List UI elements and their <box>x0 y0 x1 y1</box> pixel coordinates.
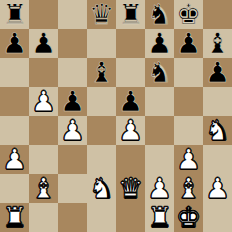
square-a7[interactable]: ♟ <box>0 29 29 58</box>
square-b7[interactable]: ♟ <box>29 29 58 58</box>
piece-white-pawn: ♟ <box>60 116 85 145</box>
piece-white-pawn: ♟ <box>147 174 172 203</box>
square-e7[interactable] <box>116 29 145 58</box>
piece-white-pawn: ♟ <box>118 116 143 145</box>
square-g1[interactable]: ♚ <box>174 203 203 232</box>
square-a5[interactable] <box>0 87 29 116</box>
piece-white-bishop: ♝ <box>31 174 56 203</box>
piece-white-knight: ♞ <box>205 116 230 145</box>
square-c7[interactable] <box>58 29 87 58</box>
square-g2[interactable]: ♝ <box>174 174 203 203</box>
piece-black-knight: ♞ <box>147 58 172 87</box>
square-g3[interactable]: ♟ <box>174 145 203 174</box>
square-b5[interactable]: ♟ <box>29 87 58 116</box>
square-h8[interactable] <box>203 0 232 29</box>
square-f2[interactable]: ♟ <box>145 174 174 203</box>
square-f8[interactable]: ♞ <box>145 0 174 29</box>
piece-black-pawn: ♟ <box>147 29 172 58</box>
square-a6[interactable] <box>0 58 29 87</box>
square-c5[interactable]: ♟ <box>58 87 87 116</box>
piece-black-pawn: ♟ <box>176 29 201 58</box>
square-d4[interactable] <box>87 116 116 145</box>
square-b2[interactable]: ♝ <box>29 174 58 203</box>
square-g8[interactable]: ♚ <box>174 0 203 29</box>
square-f4[interactable] <box>145 116 174 145</box>
square-a3[interactable]: ♟ <box>0 145 29 174</box>
square-f7[interactable]: ♟ <box>145 29 174 58</box>
square-f1[interactable]: ♜ <box>145 203 174 232</box>
square-f5[interactable] <box>145 87 174 116</box>
piece-black-pawn: ♟ <box>205 58 230 87</box>
square-b8[interactable] <box>29 0 58 29</box>
square-g5[interactable] <box>174 87 203 116</box>
piece-black-pawn: ♟ <box>60 87 85 116</box>
square-a4[interactable] <box>0 116 29 145</box>
square-h5[interactable] <box>203 87 232 116</box>
piece-black-knight: ♞ <box>147 0 172 29</box>
square-d6[interactable]: ♝ <box>87 58 116 87</box>
square-e1[interactable] <box>116 203 145 232</box>
square-b4[interactable] <box>29 116 58 145</box>
square-b1[interactable] <box>29 203 58 232</box>
square-c6[interactable] <box>58 58 87 87</box>
square-h2[interactable]: ♟ <box>203 174 232 203</box>
piece-black-rook: ♜ <box>118 0 143 29</box>
square-h4[interactable]: ♞ <box>203 116 232 145</box>
square-e2[interactable]: ♛ <box>116 174 145 203</box>
square-d3[interactable] <box>87 145 116 174</box>
square-g6[interactable] <box>174 58 203 87</box>
square-d5[interactable] <box>87 87 116 116</box>
piece-white-pawn: ♟ <box>205 174 230 203</box>
square-c3[interactable] <box>58 145 87 174</box>
chess-board: ♜♛♜♞♚♟♟♟♟♝♝♞♟♟♟♟♟♟♞♟♟♝♞♛♟♝♟♜♜♚ <box>0 0 232 232</box>
square-c2[interactable] <box>58 174 87 203</box>
square-e5[interactable]: ♟ <box>116 87 145 116</box>
piece-black-bishop: ♝ <box>205 29 230 58</box>
piece-white-rook: ♜ <box>147 203 172 232</box>
square-b3[interactable] <box>29 145 58 174</box>
square-d2[interactable]: ♞ <box>87 174 116 203</box>
square-a2[interactable] <box>0 174 29 203</box>
square-h6[interactable]: ♟ <box>203 58 232 87</box>
piece-black-pawn: ♟ <box>2 29 27 58</box>
square-f3[interactable] <box>145 145 174 174</box>
piece-black-king: ♚ <box>176 0 201 29</box>
square-c8[interactable] <box>58 0 87 29</box>
piece-black-bishop: ♝ <box>89 58 114 87</box>
square-e8[interactable]: ♜ <box>116 0 145 29</box>
square-a8[interactable]: ♜ <box>0 0 29 29</box>
piece-black-queen: ♛ <box>89 0 114 29</box>
piece-white-pawn: ♟ <box>2 145 27 174</box>
square-h3[interactable] <box>203 145 232 174</box>
square-f6[interactable]: ♞ <box>145 58 174 87</box>
square-a1[interactable]: ♜ <box>0 203 29 232</box>
piece-white-pawn: ♟ <box>31 87 56 116</box>
piece-white-king: ♚ <box>176 203 201 232</box>
piece-black-pawn: ♟ <box>118 87 143 116</box>
piece-black-pawn: ♟ <box>31 29 56 58</box>
square-c1[interactable] <box>58 203 87 232</box>
square-g4[interactable] <box>174 116 203 145</box>
piece-white-rook: ♜ <box>2 203 27 232</box>
square-h1[interactable] <box>203 203 232 232</box>
square-e3[interactable] <box>116 145 145 174</box>
piece-white-queen: ♛ <box>118 174 143 203</box>
piece-white-pawn: ♟ <box>176 145 201 174</box>
piece-white-knight: ♞ <box>89 174 114 203</box>
square-e4[interactable]: ♟ <box>116 116 145 145</box>
square-b6[interactable] <box>29 58 58 87</box>
piece-white-bishop: ♝ <box>176 174 201 203</box>
square-h7[interactable]: ♝ <box>203 29 232 58</box>
square-d8[interactable]: ♛ <box>87 0 116 29</box>
square-g7[interactable]: ♟ <box>174 29 203 58</box>
square-e6[interactable] <box>116 58 145 87</box>
square-d7[interactable] <box>87 29 116 58</box>
square-d1[interactable] <box>87 203 116 232</box>
square-c4[interactable]: ♟ <box>58 116 87 145</box>
piece-black-rook: ♜ <box>2 0 27 29</box>
